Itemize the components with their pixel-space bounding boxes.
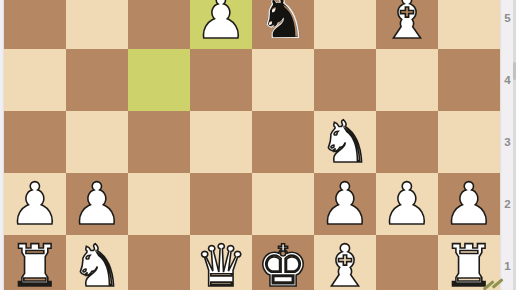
- square-d1[interactable]: ♛: [190, 235, 252, 290]
- square-g3[interactable]: [376, 111, 438, 173]
- square-e3[interactable]: [252, 111, 314, 173]
- white-pawn[interactable]: ♟: [190, 0, 252, 49]
- white-bishop[interactable]: ♝: [314, 235, 376, 290]
- square-g1[interactable]: [376, 235, 438, 290]
- square-a2[interactable]: ♟: [4, 173, 66, 235]
- square-h5[interactable]: [438, 0, 500, 49]
- square-c4[interactable]: [128, 49, 190, 111]
- square-f4[interactable]: [314, 49, 376, 111]
- square-d4[interactable]: [190, 49, 252, 111]
- black-knight[interactable]: ♞♘: [252, 0, 314, 49]
- square-b3[interactable]: [66, 111, 128, 173]
- white-queen[interactable]: ♛: [190, 235, 252, 290]
- white-pawn[interactable]: ♟: [66, 173, 128, 235]
- square-d2[interactable]: [190, 173, 252, 235]
- square-h3[interactable]: [438, 111, 500, 173]
- square-b4[interactable]: [66, 49, 128, 111]
- square-c1[interactable]: [128, 235, 190, 290]
- square-a5[interactable]: [4, 0, 66, 49]
- white-knight[interactable]: ♞: [66, 235, 128, 290]
- piece-detail-overlay: ♘: [252, 0, 314, 49]
- square-a4[interactable]: [4, 49, 66, 111]
- square-e5[interactable]: ♞♘: [252, 0, 314, 49]
- white-pawn[interactable]: ♟: [376, 173, 438, 235]
- square-e4[interactable]: [252, 49, 314, 111]
- square-f5[interactable]: [314, 0, 376, 49]
- chess-board: ♟♞♘♝♞♟♟♟♟♟♜♞♛♚♝♜: [4, 0, 500, 290]
- square-b2[interactable]: ♟: [66, 173, 128, 235]
- diagonal-stroke: [492, 278, 504, 288]
- square-f1[interactable]: ♝: [314, 235, 376, 290]
- square-d3[interactable]: [190, 111, 252, 173]
- square-f2[interactable]: ♟: [314, 173, 376, 235]
- square-h2[interactable]: ♟: [438, 173, 500, 235]
- square-b1[interactable]: ♞: [66, 235, 128, 290]
- white-king[interactable]: ♚: [252, 235, 314, 290]
- white-bishop[interactable]: ♝: [376, 0, 438, 49]
- square-g4[interactable]: [376, 49, 438, 111]
- square-g5[interactable]: ♝: [376, 0, 438, 49]
- square-d5[interactable]: ♟: [190, 0, 252, 49]
- square-h4[interactable]: [438, 49, 500, 111]
- white-pawn[interactable]: ♟: [438, 173, 500, 235]
- square-e1[interactable]: ♚: [252, 235, 314, 290]
- square-f3[interactable]: ♞: [314, 111, 376, 173]
- white-pawn[interactable]: ♟: [4, 173, 66, 235]
- white-knight[interactable]: ♞: [314, 111, 376, 173]
- page: ♟♞♘♝♞♟♟♟♟♟♜♞♛♚♝♜ 54321: [0, 0, 516, 290]
- square-a1[interactable]: ♜: [4, 235, 66, 290]
- square-g2[interactable]: ♟: [376, 173, 438, 235]
- square-b5[interactable]: [66, 0, 128, 49]
- square-e2[interactable]: [252, 173, 314, 235]
- square-a3[interactable]: [4, 111, 66, 173]
- white-rook[interactable]: ♜: [4, 235, 66, 290]
- square-c2[interactable]: [128, 173, 190, 235]
- square-c5[interactable]: [128, 0, 190, 49]
- square-c3[interactable]: [128, 111, 190, 173]
- white-pawn[interactable]: ♟: [314, 173, 376, 235]
- cropped-annotation-marks: [481, 278, 507, 290]
